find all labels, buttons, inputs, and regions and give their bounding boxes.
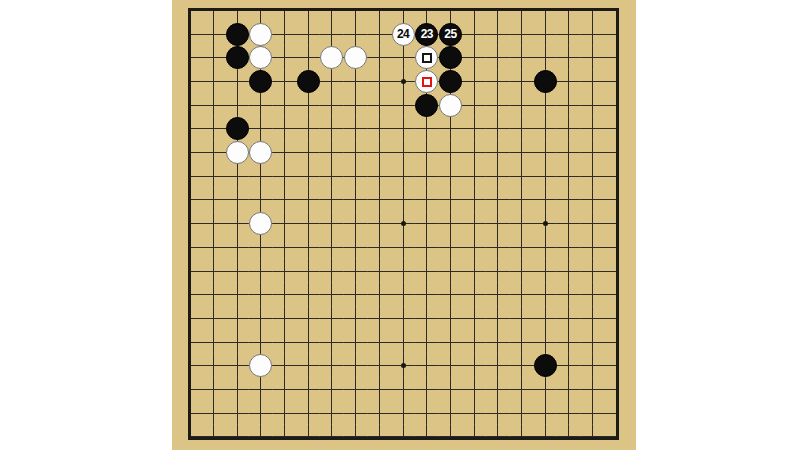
intersection bbox=[273, 283, 297, 307]
square-marker bbox=[422, 77, 432, 87]
intersection bbox=[391, 188, 415, 212]
intersection bbox=[225, 354, 249, 378]
intersection bbox=[415, 378, 439, 402]
intersection bbox=[604, 93, 628, 117]
intersection bbox=[604, 235, 628, 259]
intersection bbox=[273, 235, 297, 259]
intersection bbox=[557, 307, 581, 331]
intersection bbox=[368, 235, 392, 259]
intersection bbox=[581, 330, 605, 354]
intersection bbox=[462, 378, 486, 402]
intersection bbox=[533, 259, 557, 283]
intersection bbox=[391, 46, 415, 70]
intersection bbox=[604, 46, 628, 70]
intersection bbox=[439, 212, 463, 236]
intersection bbox=[320, 188, 344, 212]
intersection bbox=[225, 283, 249, 307]
intersection bbox=[273, 164, 297, 188]
intersection bbox=[202, 330, 226, 354]
intersection bbox=[415, 93, 439, 117]
intersection bbox=[581, 425, 605, 449]
intersection bbox=[202, 307, 226, 331]
intersection bbox=[368, 401, 392, 425]
intersection bbox=[249, 117, 273, 141]
intersection bbox=[320, 117, 344, 141]
intersection bbox=[178, 378, 202, 402]
white-stone bbox=[415, 46, 438, 69]
black-stone bbox=[415, 94, 438, 117]
go-board: 242325 bbox=[172, 0, 636, 450]
intersection bbox=[557, 354, 581, 378]
intersection bbox=[178, 117, 202, 141]
intersection bbox=[604, 22, 628, 46]
intersection bbox=[462, 425, 486, 449]
intersection bbox=[462, 330, 486, 354]
intersection bbox=[368, 259, 392, 283]
intersection bbox=[391, 93, 415, 117]
intersection bbox=[533, 117, 557, 141]
intersection bbox=[296, 93, 320, 117]
intersection bbox=[368, 330, 392, 354]
intersection bbox=[581, 401, 605, 425]
intersection bbox=[581, 141, 605, 165]
intersection bbox=[604, 259, 628, 283]
intersection bbox=[462, 401, 486, 425]
intersection bbox=[202, 354, 226, 378]
intersection bbox=[344, 117, 368, 141]
black-stone bbox=[226, 23, 249, 46]
intersection bbox=[557, 330, 581, 354]
intersection bbox=[439, 378, 463, 402]
intersection bbox=[273, 259, 297, 283]
intersection bbox=[510, 378, 534, 402]
intersection bbox=[225, 22, 249, 46]
intersection bbox=[415, 70, 439, 94]
intersection bbox=[296, 354, 320, 378]
intersection bbox=[296, 212, 320, 236]
intersection bbox=[604, 378, 628, 402]
intersection bbox=[273, 378, 297, 402]
intersection bbox=[344, 425, 368, 449]
black-stone bbox=[439, 70, 462, 93]
intersection bbox=[486, 46, 510, 70]
intersection bbox=[320, 212, 344, 236]
intersection bbox=[557, 93, 581, 117]
intersection bbox=[296, 0, 320, 22]
intersection bbox=[202, 164, 226, 188]
intersection bbox=[462, 307, 486, 331]
intersection bbox=[225, 425, 249, 449]
intersection bbox=[391, 259, 415, 283]
intersection bbox=[249, 283, 273, 307]
intersection bbox=[178, 354, 202, 378]
intersection bbox=[581, 70, 605, 94]
intersection bbox=[249, 70, 273, 94]
intersection bbox=[368, 283, 392, 307]
white-stone bbox=[415, 70, 438, 93]
black-stone bbox=[439, 46, 462, 69]
intersection bbox=[202, 188, 226, 212]
intersection bbox=[604, 330, 628, 354]
intersection bbox=[462, 212, 486, 236]
intersection bbox=[604, 354, 628, 378]
intersection bbox=[249, 0, 273, 22]
intersection bbox=[296, 307, 320, 331]
white-stone bbox=[439, 94, 462, 117]
intersection bbox=[296, 46, 320, 70]
intersection bbox=[415, 259, 439, 283]
intersection bbox=[415, 307, 439, 331]
intersection bbox=[249, 235, 273, 259]
white-stone bbox=[249, 23, 272, 46]
intersection bbox=[368, 307, 392, 331]
intersection bbox=[273, 70, 297, 94]
intersection bbox=[249, 188, 273, 212]
intersection bbox=[557, 46, 581, 70]
intersection bbox=[344, 235, 368, 259]
intersection bbox=[178, 259, 202, 283]
intersection bbox=[604, 0, 628, 22]
intersection bbox=[415, 0, 439, 22]
intersection bbox=[344, 259, 368, 283]
intersection bbox=[439, 70, 463, 94]
intersection bbox=[462, 117, 486, 141]
intersection bbox=[415, 164, 439, 188]
intersection bbox=[344, 401, 368, 425]
intersection bbox=[439, 259, 463, 283]
intersection bbox=[604, 401, 628, 425]
intersection bbox=[296, 425, 320, 449]
intersection bbox=[202, 401, 226, 425]
intersection bbox=[604, 425, 628, 449]
intersection bbox=[486, 70, 510, 94]
intersection bbox=[225, 330, 249, 354]
move-number-label: 23 bbox=[421, 28, 433, 40]
intersection bbox=[225, 307, 249, 331]
white-stone bbox=[320, 46, 343, 69]
intersection bbox=[225, 70, 249, 94]
intersection bbox=[391, 283, 415, 307]
white-stone bbox=[249, 141, 272, 164]
intersection bbox=[202, 0, 226, 22]
intersection bbox=[604, 212, 628, 236]
intersection bbox=[486, 283, 510, 307]
intersection bbox=[391, 0, 415, 22]
black-stone bbox=[534, 70, 557, 93]
intersection bbox=[178, 235, 202, 259]
intersection bbox=[296, 22, 320, 46]
star-point bbox=[543, 221, 548, 226]
intersection bbox=[225, 259, 249, 283]
intersection bbox=[510, 354, 534, 378]
intersection bbox=[320, 378, 344, 402]
intersection bbox=[273, 212, 297, 236]
intersection bbox=[533, 307, 557, 331]
intersection bbox=[581, 235, 605, 259]
intersection bbox=[557, 401, 581, 425]
intersection bbox=[533, 401, 557, 425]
intersection bbox=[296, 117, 320, 141]
intersection bbox=[178, 425, 202, 449]
intersection bbox=[581, 188, 605, 212]
intersection bbox=[391, 401, 415, 425]
intersection bbox=[581, 283, 605, 307]
intersection bbox=[486, 425, 510, 449]
intersection bbox=[225, 0, 249, 22]
intersection bbox=[510, 330, 534, 354]
intersection bbox=[486, 378, 510, 402]
intersection bbox=[320, 235, 344, 259]
intersection bbox=[486, 164, 510, 188]
intersection bbox=[533, 188, 557, 212]
intersection bbox=[344, 212, 368, 236]
intersection bbox=[604, 283, 628, 307]
intersection bbox=[178, 212, 202, 236]
intersection bbox=[296, 141, 320, 165]
intersection bbox=[296, 70, 320, 94]
intersection bbox=[439, 141, 463, 165]
intersection bbox=[202, 235, 226, 259]
intersection bbox=[202, 212, 226, 236]
intersection bbox=[225, 141, 249, 165]
intersection bbox=[581, 354, 605, 378]
intersection bbox=[178, 0, 202, 22]
intersection bbox=[439, 401, 463, 425]
white-stone bbox=[344, 46, 367, 69]
intersection bbox=[178, 330, 202, 354]
intersection bbox=[604, 307, 628, 331]
intersection bbox=[462, 259, 486, 283]
intersection bbox=[439, 93, 463, 117]
intersection bbox=[391, 425, 415, 449]
intersection bbox=[202, 46, 226, 70]
intersection bbox=[391, 117, 415, 141]
intersection bbox=[320, 425, 344, 449]
intersection bbox=[273, 46, 297, 70]
intersection bbox=[391, 354, 415, 378]
intersection bbox=[557, 188, 581, 212]
intersection bbox=[249, 22, 273, 46]
intersection bbox=[486, 0, 510, 22]
intersection bbox=[225, 46, 249, 70]
intersection bbox=[510, 0, 534, 22]
intersection bbox=[320, 22, 344, 46]
intersection bbox=[415, 212, 439, 236]
white-stone bbox=[249, 354, 272, 377]
intersection bbox=[273, 93, 297, 117]
intersection bbox=[533, 70, 557, 94]
intersection bbox=[344, 70, 368, 94]
intersection bbox=[296, 188, 320, 212]
intersection: 24 bbox=[391, 22, 415, 46]
board-grid: 242325 bbox=[178, 0, 628, 449]
intersection bbox=[368, 46, 392, 70]
intersection bbox=[296, 283, 320, 307]
intersection bbox=[510, 212, 534, 236]
intersection bbox=[510, 283, 534, 307]
move-number-label: 25 bbox=[444, 28, 456, 40]
black-stone bbox=[297, 70, 320, 93]
intersection bbox=[533, 235, 557, 259]
intersection bbox=[368, 141, 392, 165]
intersection bbox=[462, 141, 486, 165]
intersection bbox=[462, 164, 486, 188]
intersection bbox=[391, 235, 415, 259]
intersection bbox=[344, 22, 368, 46]
intersection bbox=[368, 164, 392, 188]
intersection bbox=[415, 283, 439, 307]
intersection bbox=[225, 188, 249, 212]
intersection bbox=[249, 164, 273, 188]
intersection bbox=[320, 283, 344, 307]
intersection bbox=[202, 93, 226, 117]
intersection bbox=[178, 141, 202, 165]
intersection bbox=[604, 164, 628, 188]
intersection bbox=[462, 46, 486, 70]
intersection bbox=[439, 235, 463, 259]
intersection bbox=[462, 188, 486, 212]
intersection bbox=[533, 22, 557, 46]
intersection bbox=[486, 117, 510, 141]
intersection bbox=[202, 22, 226, 46]
intersection bbox=[225, 235, 249, 259]
intersection bbox=[368, 425, 392, 449]
intersection bbox=[533, 46, 557, 70]
intersection bbox=[344, 283, 368, 307]
black-stone bbox=[534, 354, 557, 377]
intersection bbox=[581, 93, 605, 117]
intersection bbox=[249, 46, 273, 70]
intersection bbox=[391, 141, 415, 165]
black-stone bbox=[249, 70, 272, 93]
intersection bbox=[273, 141, 297, 165]
intersection bbox=[178, 283, 202, 307]
intersection bbox=[273, 22, 297, 46]
intersection bbox=[225, 401, 249, 425]
intersection bbox=[391, 330, 415, 354]
intersection bbox=[581, 212, 605, 236]
intersection bbox=[486, 401, 510, 425]
intersection bbox=[202, 378, 226, 402]
intersection bbox=[486, 235, 510, 259]
intersection bbox=[533, 330, 557, 354]
intersection bbox=[225, 164, 249, 188]
intersection bbox=[368, 117, 392, 141]
intersection bbox=[439, 164, 463, 188]
intersection bbox=[225, 93, 249, 117]
intersection bbox=[273, 401, 297, 425]
intersection bbox=[486, 22, 510, 46]
intersection bbox=[225, 378, 249, 402]
intersection bbox=[557, 70, 581, 94]
intersection bbox=[368, 22, 392, 46]
intersection bbox=[533, 0, 557, 22]
intersection bbox=[249, 378, 273, 402]
intersection bbox=[273, 425, 297, 449]
intersection: 23 bbox=[415, 22, 439, 46]
intersection bbox=[249, 259, 273, 283]
intersection bbox=[462, 235, 486, 259]
star-point bbox=[401, 79, 406, 84]
intersection bbox=[439, 188, 463, 212]
intersection bbox=[439, 425, 463, 449]
intersection bbox=[368, 93, 392, 117]
go-diagram: 242325 bbox=[0, 0, 800, 450]
intersection bbox=[510, 401, 534, 425]
intersection bbox=[296, 401, 320, 425]
intersection bbox=[296, 164, 320, 188]
intersection bbox=[439, 0, 463, 22]
intersection bbox=[533, 212, 557, 236]
intersection bbox=[439, 330, 463, 354]
intersection bbox=[368, 212, 392, 236]
intersection bbox=[581, 164, 605, 188]
intersection bbox=[462, 70, 486, 94]
intersection bbox=[296, 235, 320, 259]
black-stone: 23 bbox=[415, 23, 438, 46]
intersection bbox=[320, 164, 344, 188]
move-number-label: 24 bbox=[397, 28, 409, 40]
intersection bbox=[202, 141, 226, 165]
intersection bbox=[581, 117, 605, 141]
intersection bbox=[533, 378, 557, 402]
intersection bbox=[368, 188, 392, 212]
intersection bbox=[178, 70, 202, 94]
intersection bbox=[462, 22, 486, 46]
intersection bbox=[178, 401, 202, 425]
intersection bbox=[320, 307, 344, 331]
intersection bbox=[462, 283, 486, 307]
intersection bbox=[557, 212, 581, 236]
intersection bbox=[344, 307, 368, 331]
intersection bbox=[486, 259, 510, 283]
intersection bbox=[202, 425, 226, 449]
intersection bbox=[178, 188, 202, 212]
intersection bbox=[533, 164, 557, 188]
intersection bbox=[320, 354, 344, 378]
intersection bbox=[510, 188, 534, 212]
intersection bbox=[296, 378, 320, 402]
intersection bbox=[604, 188, 628, 212]
black-stone bbox=[226, 117, 249, 140]
intersection bbox=[368, 70, 392, 94]
intersection bbox=[581, 46, 605, 70]
intersection bbox=[273, 354, 297, 378]
intersection bbox=[486, 188, 510, 212]
intersection bbox=[368, 0, 392, 22]
intersection bbox=[202, 70, 226, 94]
intersection bbox=[510, 22, 534, 46]
intersection bbox=[344, 330, 368, 354]
intersection bbox=[510, 307, 534, 331]
star-point bbox=[401, 221, 406, 226]
intersection bbox=[344, 378, 368, 402]
intersection bbox=[296, 330, 320, 354]
intersection bbox=[581, 259, 605, 283]
intersection bbox=[557, 378, 581, 402]
intersection bbox=[273, 117, 297, 141]
intersection bbox=[344, 141, 368, 165]
intersection bbox=[296, 259, 320, 283]
intersection bbox=[178, 46, 202, 70]
intersection bbox=[581, 22, 605, 46]
intersection bbox=[344, 46, 368, 70]
intersection bbox=[415, 46, 439, 70]
intersection bbox=[510, 259, 534, 283]
intersection bbox=[249, 212, 273, 236]
intersection bbox=[273, 0, 297, 22]
intersection bbox=[510, 93, 534, 117]
